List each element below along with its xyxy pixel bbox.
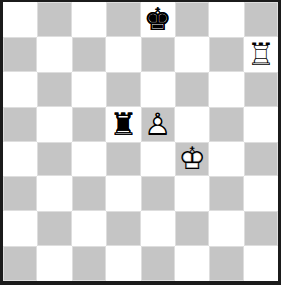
square-a6[interactable] [3, 72, 37, 107]
square-b8[interactable] [37, 2, 71, 37]
square-g6[interactable] [209, 72, 243, 107]
square-f2[interactable] [175, 211, 209, 246]
square-e5[interactable]: ♟♙ [141, 107, 175, 142]
square-d6[interactable] [106, 72, 140, 107]
square-g3[interactable] [209, 176, 243, 211]
black-rook-glyph: ♜ [106, 107, 140, 142]
square-g1[interactable] [209, 246, 243, 281]
square-e6[interactable] [141, 72, 175, 107]
square-b1[interactable] [37, 246, 71, 281]
square-h4[interactable] [244, 142, 278, 177]
square-a5[interactable] [3, 107, 37, 142]
square-e4[interactable] [141, 142, 175, 177]
square-a2[interactable] [3, 211, 37, 246]
chess-diagram: ♚♚♜♖♜♜♟♙♚♔ [0, 0, 281, 285]
square-a7[interactable] [3, 37, 37, 72]
chess-board: ♚♚♜♖♜♜♟♙♚♔ [3, 2, 278, 281]
white-king-glyph: ♔ [175, 142, 209, 177]
square-e2[interactable] [141, 211, 175, 246]
black-king-glyph: ♚ [141, 2, 175, 37]
square-f5[interactable] [175, 107, 209, 142]
white-pawn[interactable]: ♟♙ [141, 107, 175, 142]
square-d5[interactable]: ♜♜ [106, 107, 140, 142]
square-h1[interactable] [244, 246, 278, 281]
square-c1[interactable] [72, 246, 106, 281]
white-king[interactable]: ♚♔ [175, 142, 209, 177]
square-c4[interactable] [72, 142, 106, 177]
square-d3[interactable] [106, 176, 140, 211]
square-d7[interactable] [106, 37, 140, 72]
square-b5[interactable] [37, 107, 71, 142]
square-c5[interactable] [72, 107, 106, 142]
square-g7[interactable] [209, 37, 243, 72]
square-h2[interactable] [244, 211, 278, 246]
square-c8[interactable] [72, 2, 106, 37]
board-frame: ♚♚♜♖♜♜♟♙♚♔ [0, 0, 281, 285]
square-c2[interactable] [72, 211, 106, 246]
square-b7[interactable] [37, 37, 71, 72]
square-g4[interactable] [209, 142, 243, 177]
square-b4[interactable] [37, 142, 71, 177]
square-f6[interactable] [175, 72, 209, 107]
square-d2[interactable] [106, 211, 140, 246]
square-d8[interactable] [106, 2, 140, 37]
square-f1[interactable] [175, 246, 209, 281]
square-h3[interactable] [244, 176, 278, 211]
square-h7[interactable]: ♜♖ [244, 37, 278, 72]
square-e3[interactable] [141, 176, 175, 211]
black-rook[interactable]: ♜♜ [106, 107, 140, 142]
square-h5[interactable] [244, 107, 278, 142]
square-e7[interactable] [141, 37, 175, 72]
square-g5[interactable] [209, 107, 243, 142]
square-b2[interactable] [37, 211, 71, 246]
square-b6[interactable] [37, 72, 71, 107]
square-d4[interactable] [106, 142, 140, 177]
white-rook[interactable]: ♜♖ [244, 37, 278, 72]
square-e8[interactable]: ♚♚ [141, 2, 175, 37]
square-f8[interactable] [175, 2, 209, 37]
white-rook-glyph: ♖ [244, 37, 278, 72]
square-g2[interactable] [209, 211, 243, 246]
square-c6[interactable] [72, 72, 106, 107]
white-pawn-glyph: ♙ [141, 107, 175, 142]
square-a8[interactable] [3, 2, 37, 37]
square-c7[interactable] [72, 37, 106, 72]
square-g8[interactable] [209, 2, 243, 37]
square-h6[interactable] [244, 72, 278, 107]
square-f3[interactable] [175, 176, 209, 211]
square-f4[interactable]: ♚♔ [175, 142, 209, 177]
square-e1[interactable] [141, 246, 175, 281]
square-a4[interactable] [3, 142, 37, 177]
square-b3[interactable] [37, 176, 71, 211]
square-c3[interactable] [72, 176, 106, 211]
square-h8[interactable] [244, 2, 278, 37]
square-d1[interactable] [106, 246, 140, 281]
square-a1[interactable] [3, 246, 37, 281]
square-a3[interactable] [3, 176, 37, 211]
square-f7[interactable] [175, 37, 209, 72]
black-king[interactable]: ♚♚ [141, 2, 175, 37]
